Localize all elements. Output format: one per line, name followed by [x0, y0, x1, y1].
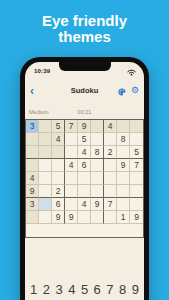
sudoku-cell-r4c3[interactable]	[52, 159, 65, 172]
sudoku-cell-r7c3[interactable]: 6	[52, 198, 65, 211]
sudoku-cell-r8c5[interactable]	[78, 211, 91, 224]
sudoku-cell-r2c9[interactable]	[130, 133, 143, 146]
sudoku-cell-r1c9[interactable]	[130, 120, 143, 133]
numpad-6[interactable]: 6	[94, 282, 101, 297]
sudoku-cell-r7c6[interactable]: 9	[91, 198, 104, 211]
phone-screen: 10:39 ‹ Sudoku	[25, 62, 144, 300]
numpad-3[interactable]: 3	[55, 282, 62, 297]
sudoku-cell-r3c7[interactable]: 2	[104, 146, 117, 159]
numpad-7[interactable]: 7	[106, 282, 113, 297]
numpad-1[interactable]: 1	[30, 282, 37, 297]
sudoku-board: 3579445848254697492364979919	[25, 119, 144, 238]
sudoku-cell-r5c1[interactable]: 4	[26, 172, 39, 185]
sudoku-cell-r4c9[interactable]: 7	[130, 159, 143, 172]
sudoku-cell-r2c4[interactable]	[65, 133, 78, 146]
sudoku-cell-r8c9[interactable]: 9	[130, 211, 143, 224]
numpad-5[interactable]: 5	[81, 282, 88, 297]
sudoku-cell-r1c1[interactable]: 3	[26, 120, 39, 133]
sudoku-cell-r1c6[interactable]	[91, 120, 104, 133]
sudoku-cell-r8c4[interactable]: 9	[65, 211, 78, 224]
sudoku-cell-r2c1[interactable]	[26, 133, 39, 146]
sudoku-cell-r7c5[interactable]: 4	[78, 198, 91, 211]
sudoku-cell-r5c8[interactable]	[117, 172, 130, 185]
sudoku-cell-r6c4[interactable]	[65, 185, 78, 198]
game-meta-row: Medium 00:21	[25, 109, 144, 117]
sudoku-cell-r2c8[interactable]: 8	[117, 133, 130, 146]
headline: Eye friendly themes	[0, 13, 169, 45]
sudoku-cell-r2c6[interactable]	[91, 133, 104, 146]
numpad-4[interactable]: 4	[68, 282, 75, 297]
sudoku-cell-r7c2[interactable]	[39, 198, 52, 211]
numpad-8[interactable]: 8	[119, 282, 126, 297]
sudoku-cell-r5c3[interactable]	[52, 172, 65, 185]
sudoku-cell-r7c8[interactable]	[117, 198, 130, 211]
sudoku-cell-r7c1[interactable]: 3	[26, 198, 39, 211]
sudoku-cell-r4c5[interactable]: 6	[78, 159, 91, 172]
sudoku-cell-r6c8[interactable]	[117, 185, 130, 198]
sudoku-cell-r1c2[interactable]	[39, 120, 52, 133]
sudoku-cell-r1c5[interactable]: 9	[78, 120, 91, 133]
sudoku-cell-r3c1[interactable]	[26, 146, 39, 159]
nav-bar: ‹ Sudoku ⚙	[25, 84, 144, 97]
sudoku-cell-r6c1[interactable]: 9	[26, 185, 39, 198]
numpad-2[interactable]: 2	[43, 282, 50, 297]
sudoku-cell-r8c2[interactable]	[39, 211, 52, 224]
sudoku-cell-r7c9[interactable]	[130, 198, 143, 211]
number-pad: 123456789	[25, 282, 144, 297]
wifi-icon	[127, 62, 136, 80]
settings-gear-icon[interactable]: ⚙	[131, 86, 139, 95]
sudoku-cell-r2c7[interactable]	[104, 133, 117, 146]
sudoku-cell-r6c9[interactable]	[130, 185, 143, 198]
sudoku-cell-r3c3[interactable]	[52, 146, 65, 159]
sudoku-cell-r4c2[interactable]	[39, 159, 52, 172]
phone-mockup: 10:39 ‹ Sudoku	[20, 57, 149, 300]
numpad-9[interactable]: 9	[132, 282, 139, 297]
sudoku-cell-r2c2[interactable]	[39, 133, 52, 146]
sudoku-cell-r4c1[interactable]	[26, 159, 39, 172]
sudoku-cell-r5c4[interactable]	[65, 172, 78, 185]
sudoku-cell-r2c3[interactable]: 4	[52, 133, 65, 146]
sudoku-cell-r1c8[interactable]	[117, 120, 130, 133]
sudoku-cell-r3c4[interactable]	[65, 146, 78, 159]
sudoku-cell-r4c4[interactable]: 4	[65, 159, 78, 172]
sudoku-cell-r2c5[interactable]: 5	[78, 133, 91, 146]
sudoku-cell-r6c6[interactable]	[91, 185, 104, 198]
sudoku-cell-r3c8[interactable]	[117, 146, 130, 159]
sudoku-cell-r6c7[interactable]	[104, 185, 117, 198]
sudoku-cell-r3c5[interactable]: 4	[78, 146, 91, 159]
sudoku-cell-r3c6[interactable]: 8	[91, 146, 104, 159]
timer: 00:21	[25, 109, 144, 115]
sudoku-cell-r1c3[interactable]: 5	[52, 120, 65, 133]
sudoku-cell-r3c9[interactable]: 5	[130, 146, 143, 159]
sudoku-cell-r1c7[interactable]: 4	[104, 120, 117, 133]
sudoku-cell-r8c3[interactable]: 9	[52, 211, 65, 224]
notch	[59, 62, 111, 71]
sudoku-cell-r4c6[interactable]	[91, 159, 104, 172]
sudoku-cell-r1c4[interactable]: 7	[65, 120, 78, 133]
sudoku-cell-r5c9[interactable]	[130, 172, 143, 185]
sudoku-cell-r8c8[interactable]: 1	[117, 211, 130, 224]
sudoku-cell-r8c7[interactable]	[104, 211, 117, 224]
sudoku-cell-r8c1[interactable]	[26, 211, 39, 224]
sudoku-cell-r3c2[interactable]	[39, 146, 52, 159]
app-screenshot: Eye friendly themes 10:39 ‹ Sudoku	[0, 0, 169, 300]
sudoku-cell-r5c6[interactable]	[91, 172, 104, 185]
status-time: 10:39	[34, 68, 50, 74]
sudoku-cell-r5c7[interactable]	[104, 172, 117, 185]
sudoku-cell-r6c3[interactable]: 2	[52, 185, 65, 198]
sudoku-cell-r5c5[interactable]	[78, 172, 91, 185]
sudoku-cell-r7c7[interactable]: 7	[104, 198, 117, 211]
theme-palette-icon[interactable]	[118, 82, 126, 100]
sudoku-cell-r5c2[interactable]	[39, 172, 52, 185]
sudoku-cell-r6c2[interactable]	[39, 185, 52, 198]
sudoku-cell-r4c8[interactable]: 9	[117, 159, 130, 172]
sudoku-cell-r8c6[interactable]	[91, 211, 104, 224]
nav-icons: ⚙	[118, 82, 139, 100]
sudoku-cell-r7c4[interactable]	[65, 198, 78, 211]
sudoku-cell-r6c5[interactable]	[78, 185, 91, 198]
sudoku-cell-r4c7[interactable]	[104, 159, 117, 172]
